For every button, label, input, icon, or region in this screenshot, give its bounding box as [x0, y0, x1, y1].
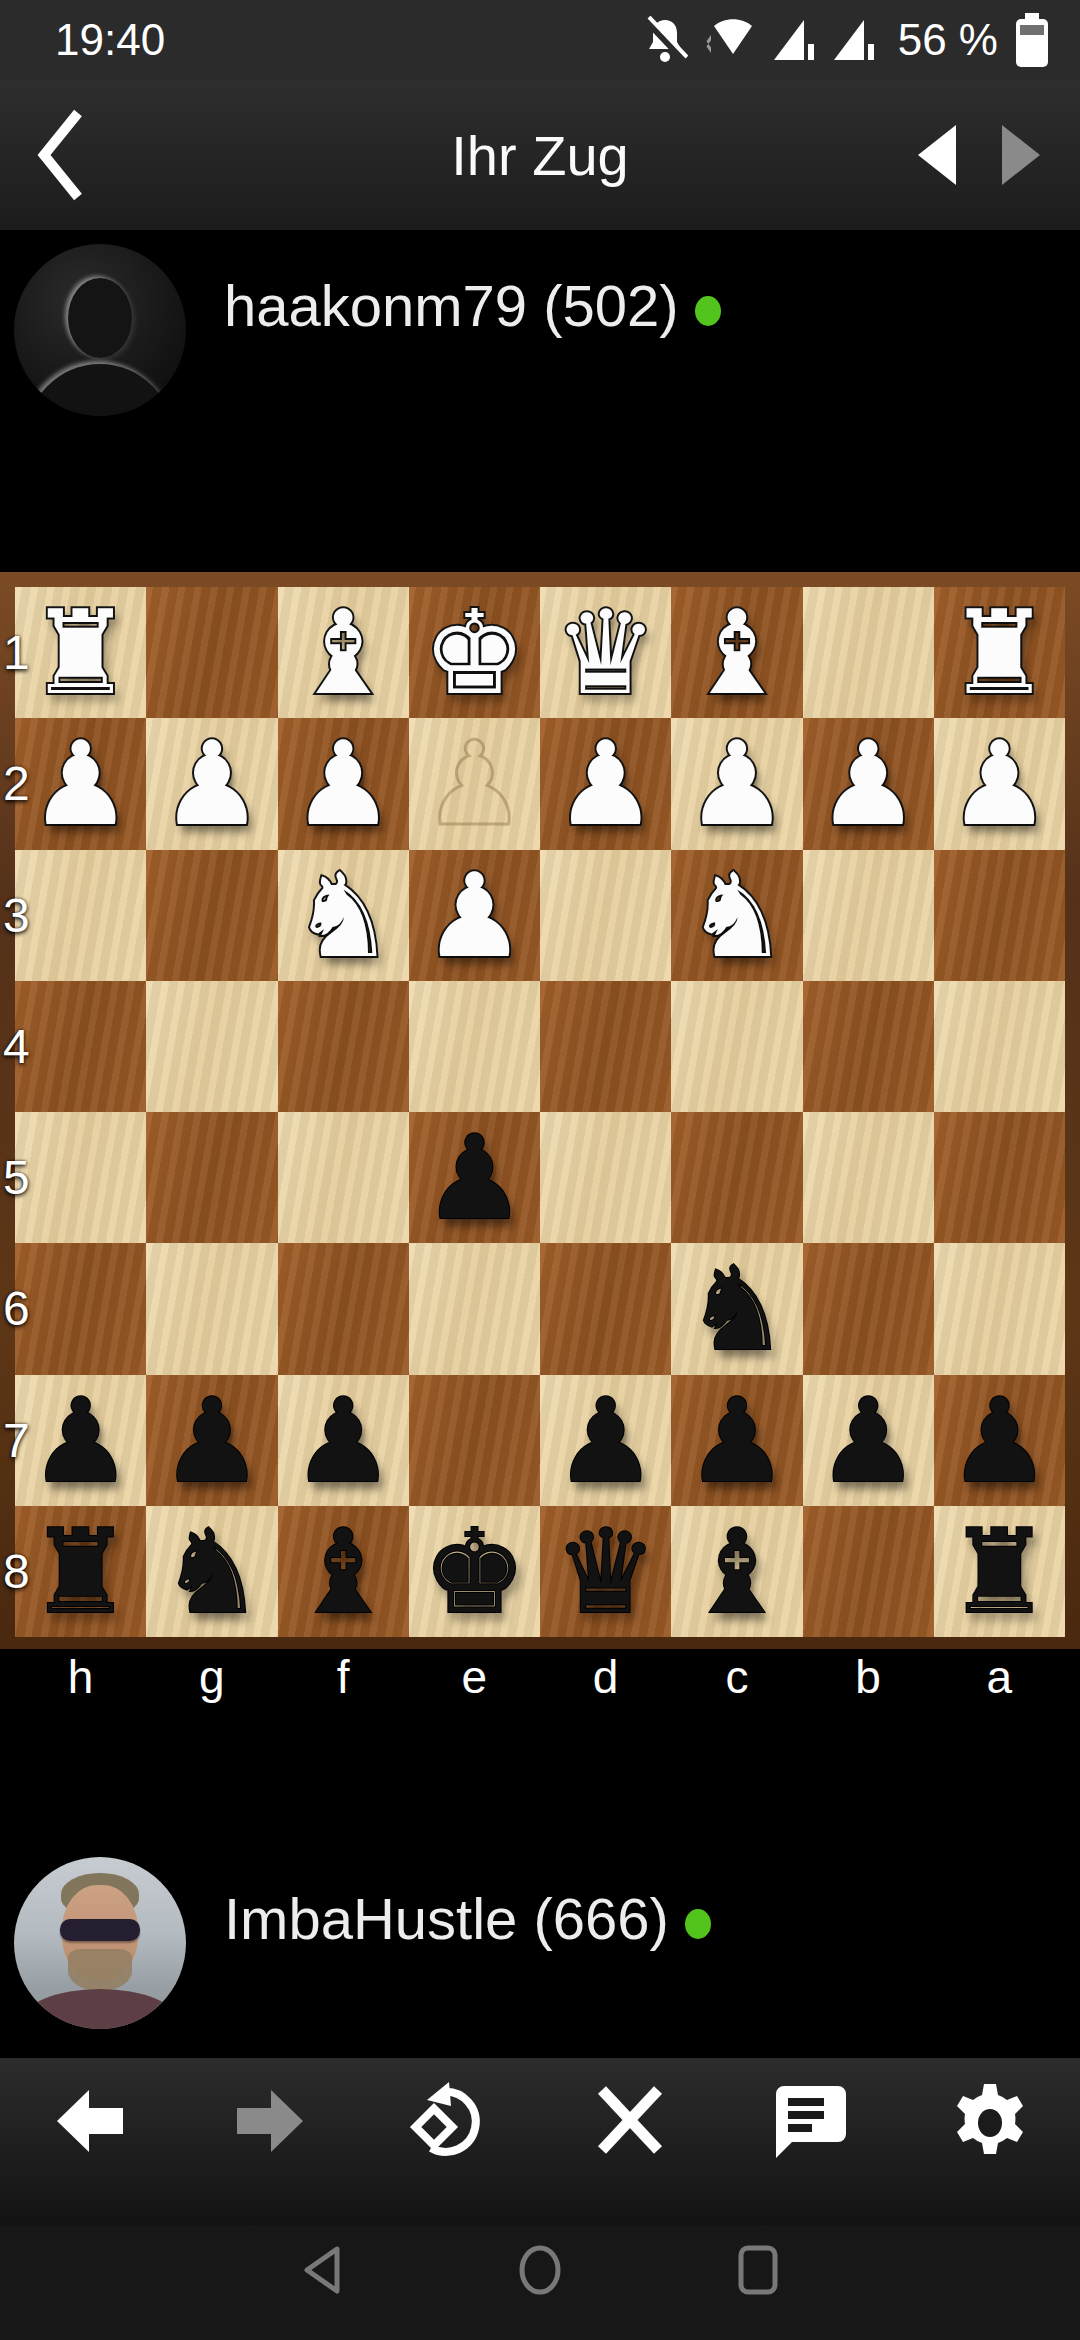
rank-label-2: 2	[3, 718, 43, 849]
piece-K-e8: ♚	[422, 1506, 526, 1637]
square-g1[interactable]	[146, 587, 277, 718]
square-c3[interactable]: ♞	[671, 850, 802, 981]
player-online-dot	[685, 1909, 711, 1939]
piece-P-h7: ♟	[29, 1375, 133, 1506]
piece-P-d7: ♟	[554, 1375, 658, 1506]
square-f2[interactable]: ♟	[278, 718, 409, 849]
square-d5[interactable]	[540, 1112, 671, 1243]
android-nav-bar	[0, 2225, 1080, 2340]
previous-move-button[interactable]	[912, 123, 960, 187]
piece-P-a7: ♟	[947, 1375, 1051, 1506]
opponent-online-dot	[695, 296, 721, 326]
piece-R-h1: ♜	[29, 587, 133, 718]
piece-P-b7: ♟	[816, 1375, 920, 1506]
square-a1[interactable]: ♜	[934, 587, 1065, 718]
signal-icon-2	[832, 16, 876, 64]
title-bar: Ihr Zug	[0, 80, 1080, 230]
piece-N-c3: ♞	[685, 850, 789, 981]
piece-Q-d8: ♛	[554, 1506, 658, 1637]
square-g4[interactable]	[146, 981, 277, 1112]
square-b4[interactable]	[803, 981, 934, 1112]
piece-B-f8: ♝	[291, 1506, 395, 1637]
square-e1[interactable]: ♚	[409, 587, 540, 718]
rank-label-8: 8	[3, 1506, 43, 1637]
square-f6[interactable]	[278, 1243, 409, 1374]
piece-P-a2: ♟	[947, 718, 1051, 849]
square-b5[interactable]	[803, 1112, 934, 1243]
square-c5[interactable]	[671, 1112, 802, 1243]
chess-board-frame: ♜♝♚♛♝♜♟♟♟♟♟♟♟♟♞♟♞♟♞♟♟♟♟♟♟♟♜♞♝♚♛♝♜ 123456…	[0, 572, 1080, 1649]
opponent-name: haakonm79 (502)	[224, 272, 679, 339]
file-label-e: e	[409, 1649, 540, 1707]
square-a3[interactable]	[934, 850, 1065, 981]
piece-R-h8: ♜	[29, 1506, 133, 1637]
square-e5[interactable]: ♟	[409, 1112, 540, 1243]
square-d4[interactable]	[540, 981, 671, 1112]
square-b6[interactable]	[803, 1243, 934, 1374]
square-f1[interactable]: ♝	[278, 587, 409, 718]
piece-R-a1: ♜	[947, 587, 1051, 718]
silhouette-shoulders	[25, 364, 175, 416]
rank-label-5: 5	[3, 1112, 43, 1243]
notifications-muted-icon	[642, 16, 688, 64]
piece-P-e3: ♟	[422, 850, 526, 981]
close-icon	[592, 2082, 668, 2158]
piece-B-f1: ♝	[291, 587, 395, 718]
square-a6[interactable]	[934, 1243, 1065, 1374]
android-back-icon	[301, 2245, 343, 2295]
square-d3[interactable]	[540, 850, 671, 981]
silhouette-head	[68, 278, 132, 358]
square-d6[interactable]	[540, 1243, 671, 1374]
game-toolbar	[0, 2058, 1080, 2225]
android-recents-button[interactable]	[733, 2245, 783, 2295]
file-label-g: g	[146, 1649, 277, 1707]
rank-label-1: 1	[3, 587, 43, 718]
gear-icon	[949, 2082, 1031, 2164]
square-b8[interactable]	[803, 1506, 934, 1637]
piece-N-c6: ♞	[685, 1243, 789, 1374]
piece-P-f2: ♟	[291, 718, 395, 849]
avatar-shirt	[21, 1989, 179, 2029]
piece-P-g7: ♟	[160, 1375, 264, 1506]
settings-button[interactable]	[900, 2082, 1080, 2164]
redo-arrow-icon	[231, 2082, 309, 2160]
square-a2[interactable]: ♟	[934, 718, 1065, 849]
flip-board-button[interactable]	[360, 2082, 540, 2164]
android-recents-icon	[737, 2244, 779, 2296]
undo-move-button[interactable]	[0, 2082, 180, 2160]
square-a4[interactable]	[934, 981, 1065, 1112]
square-a5[interactable]	[934, 1112, 1065, 1243]
ghost-piece-P-e2: ♟	[422, 718, 526, 849]
square-d2[interactable]: ♟	[540, 718, 671, 849]
piece-N-f3: ♞	[291, 850, 395, 981]
android-home-icon	[517, 2244, 563, 2296]
player-name: ImbaHustle (666)	[224, 1885, 669, 1952]
next-move-button[interactable]	[998, 123, 1046, 187]
square-c6[interactable]: ♞	[671, 1243, 802, 1374]
chess-board[interactable]: ♜♝♚♛♝♜♟♟♟♟♟♟♟♟♞♟♞♟♞♟♟♟♟♟♟♟♜♞♝♚♛♝♜	[15, 587, 1065, 1637]
opponent-area: haakonm79 (502)	[0, 230, 1080, 572]
file-label-c: c	[671, 1649, 802, 1707]
square-c2[interactable]: ♟	[671, 718, 802, 849]
square-a7[interactable]: ♟	[934, 1375, 1065, 1506]
battery-percent: 56 %	[898, 15, 998, 65]
square-f4[interactable]	[278, 981, 409, 1112]
piece-P-e5: ♟	[422, 1112, 526, 1243]
square-g2[interactable]: ♟	[146, 718, 277, 849]
chat-button[interactable]	[720, 2082, 900, 2162]
clock: 19:40	[55, 15, 165, 65]
piece-R-a8: ♜	[947, 1506, 1051, 1637]
signal-icon-1	[772, 16, 816, 64]
piece-B-c1: ♝	[685, 587, 789, 718]
square-e8[interactable]: ♚	[409, 1506, 540, 1637]
square-f8[interactable]: ♝	[278, 1506, 409, 1637]
piece-N-g8: ♞	[160, 1506, 264, 1637]
undo-arrow-icon	[51, 2082, 129, 2160]
file-label-d: d	[540, 1649, 671, 1707]
avatar-sunglasses	[60, 1919, 140, 1941]
android-back-button[interactable]	[297, 2245, 347, 2295]
square-d1[interactable]: ♛	[540, 587, 671, 718]
rotate-board-icon	[409, 2082, 491, 2164]
square-b3[interactable]	[803, 850, 934, 981]
square-f7[interactable]: ♟	[278, 1375, 409, 1506]
square-d8[interactable]: ♛	[540, 1506, 671, 1637]
back-chevron-icon	[34, 107, 86, 203]
piece-P-b2: ♟	[816, 718, 920, 849]
piece-P-d2: ♟	[554, 718, 658, 849]
square-c1[interactable]: ♝	[671, 587, 802, 718]
square-e6[interactable]	[409, 1243, 540, 1374]
rank-label-3: 3	[3, 850, 43, 981]
square-e4[interactable]	[409, 981, 540, 1112]
piece-P-f7: ♟	[291, 1375, 395, 1506]
rank-label-4: 4	[3, 981, 43, 1112]
avatar-beard	[68, 1949, 132, 1991]
square-g3[interactable]	[146, 850, 277, 981]
square-g5[interactable]	[146, 1112, 277, 1243]
square-g8[interactable]: ♞	[146, 1506, 277, 1637]
piece-P-h2: ♟	[29, 718, 133, 849]
square-a8[interactable]: ♜	[934, 1506, 1065, 1637]
piece-K-e1: ♚	[422, 587, 526, 718]
square-b7[interactable]: ♟	[803, 1375, 934, 1506]
square-c7[interactable]: ♟	[671, 1375, 802, 1506]
square-e2[interactable]: ♟	[409, 718, 540, 849]
piece-B-c8: ♝	[685, 1506, 789, 1637]
file-label-h: h	[15, 1649, 146, 1707]
file-label-f: f	[278, 1649, 409, 1707]
piece-Q-d1: ♛	[554, 587, 658, 718]
square-c4[interactable]	[671, 981, 802, 1112]
status-bar: 19:40 56 %	[0, 0, 1080, 80]
opponent-avatar[interactable]	[14, 244, 186, 416]
square-f3[interactable]: ♞	[278, 850, 409, 981]
square-f5[interactable]	[278, 1112, 409, 1243]
square-e3[interactable]: ♟	[409, 850, 540, 981]
piece-P-g2: ♟	[160, 718, 264, 849]
player-area: ImbaHustle (666)	[0, 1707, 1080, 2058]
redo-move-button[interactable]	[180, 2082, 360, 2160]
piece-P-c2: ♟	[685, 718, 789, 849]
square-e7[interactable]	[409, 1375, 540, 1506]
square-b2[interactable]: ♟	[803, 718, 934, 849]
player-avatar[interactable]	[14, 1857, 186, 2029]
piece-P-c7: ♟	[685, 1375, 789, 1506]
square-g6[interactable]	[146, 1243, 277, 1374]
battery-icon	[1014, 11, 1050, 69]
back-button[interactable]	[34, 105, 104, 205]
rank-label-6: 6	[3, 1243, 43, 1374]
chat-bubble-icon	[772, 2082, 848, 2162]
square-g7[interactable]: ♟	[146, 1375, 277, 1506]
square-d7[interactable]: ♟	[540, 1375, 671, 1506]
android-home-button[interactable]	[515, 2245, 565, 2295]
close-game-button[interactable]	[540, 2082, 720, 2158]
file-label-a: a	[934, 1649, 1065, 1707]
square-b1[interactable]	[803, 587, 934, 718]
wifi-icon	[704, 16, 756, 64]
file-label-b: b	[803, 1649, 934, 1707]
file-labels: hgfedcba	[0, 1649, 1080, 1707]
status-icons: 56 %	[642, 11, 1050, 69]
rank-label-7: 7	[3, 1375, 43, 1506]
square-c8[interactable]: ♝	[671, 1506, 802, 1637]
